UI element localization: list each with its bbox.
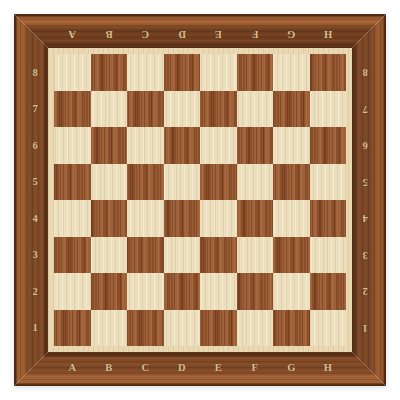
square-d3[interactable] [164,237,201,274]
square-g5[interactable] [273,164,310,201]
square-d6[interactable] [164,127,201,164]
square-d4[interactable] [164,200,201,237]
square-h8[interactable] [310,54,347,91]
square-h7[interactable] [310,91,347,128]
square-e5[interactable] [200,164,237,201]
square-g7[interactable] [273,91,310,128]
rank-label-left-6: 6 [24,127,46,164]
square-a7[interactable] [54,91,91,128]
file-label-bottom-g: G [273,356,310,378]
square-f2[interactable] [237,273,274,310]
square-g3[interactable] [273,237,310,274]
file-label-bottom-c: C [127,356,164,378]
file-label-top-d: D [164,24,201,46]
square-a3[interactable] [54,237,91,274]
square-f3[interactable] [237,237,274,274]
rank-label-right-6: 6 [354,127,376,164]
square-a5[interactable] [54,164,91,201]
rank-labels-right: 87654321 [354,54,376,346]
square-e6[interactable] [200,127,237,164]
square-h1[interactable] [310,310,347,347]
square-b2[interactable] [91,273,128,310]
square-c1[interactable] [127,310,164,347]
rank-label-left-2: 2 [24,273,46,310]
square-a2[interactable] [54,273,91,310]
file-label-top-c: C [127,24,164,46]
file-label-top-a: A [54,24,91,46]
square-d5[interactable] [164,164,201,201]
square-b6[interactable] [91,127,128,164]
board-field [54,54,346,346]
square-e8[interactable] [200,54,237,91]
square-b3[interactable] [91,237,128,274]
chessboard: ABCDEFGH ABCDEFGH 87654321 87654321 [14,14,386,386]
square-c4[interactable] [127,200,164,237]
square-g8[interactable] [273,54,310,91]
board-photo-stage: ABCDEFGH ABCDEFGH 87654321 87654321 [0,0,400,400]
square-f4[interactable] [237,200,274,237]
square-a6[interactable] [54,127,91,164]
file-label-bottom-d: D [164,356,201,378]
rank-labels-left: 87654321 [24,54,46,346]
square-c5[interactable] [127,164,164,201]
square-a1[interactable] [54,310,91,347]
square-f6[interactable] [237,127,274,164]
file-label-top-f: F [237,24,274,46]
rank-label-right-5: 5 [354,164,376,201]
square-b5[interactable] [91,164,128,201]
rank-label-right-4: 4 [354,200,376,237]
square-b7[interactable] [91,91,128,128]
square-e1[interactable] [200,310,237,347]
square-g4[interactable] [273,200,310,237]
square-h5[interactable] [310,164,347,201]
square-e2[interactable] [200,273,237,310]
square-c7[interactable] [127,91,164,128]
square-c6[interactable] [127,127,164,164]
square-c3[interactable] [127,237,164,274]
square-f7[interactable] [237,91,274,128]
file-labels-bottom: ABCDEFGH [54,356,346,378]
square-h3[interactable] [310,237,347,274]
file-label-top-g: G [273,24,310,46]
file-label-bottom-e: E [200,356,237,378]
square-a8[interactable] [54,54,91,91]
square-f8[interactable] [237,54,274,91]
square-h6[interactable] [310,127,347,164]
square-b8[interactable] [91,54,128,91]
square-b4[interactable] [91,200,128,237]
square-f5[interactable] [237,164,274,201]
square-e3[interactable] [200,237,237,274]
square-g1[interactable] [273,310,310,347]
rank-label-left-1: 1 [24,310,46,347]
rank-label-right-2: 2 [354,273,376,310]
file-label-bottom-a: A [54,356,91,378]
rank-label-right-8: 8 [354,54,376,91]
rank-label-right-3: 3 [354,237,376,274]
square-c8[interactable] [127,54,164,91]
square-d8[interactable] [164,54,201,91]
square-d7[interactable] [164,91,201,128]
file-label-top-e: E [200,24,237,46]
square-e7[interactable] [200,91,237,128]
square-a4[interactable] [54,200,91,237]
square-c2[interactable] [127,273,164,310]
file-label-bottom-h: H [310,356,347,378]
square-d1[interactable] [164,310,201,347]
square-d2[interactable] [164,273,201,310]
square-g6[interactable] [273,127,310,164]
rank-label-left-8: 8 [24,54,46,91]
file-label-bottom-f: F [237,356,274,378]
file-label-bottom-b: B [91,356,128,378]
file-label-top-h: H [310,24,347,46]
square-e4[interactable] [200,200,237,237]
rank-label-right-7: 7 [354,91,376,128]
rank-label-right-1: 1 [354,310,376,347]
square-h4[interactable] [310,200,347,237]
rank-label-left-7: 7 [24,91,46,128]
file-label-top-b: B [91,24,128,46]
square-h2[interactable] [310,273,347,310]
rank-label-left-4: 4 [24,200,46,237]
square-b1[interactable] [91,310,128,347]
square-f1[interactable] [237,310,274,347]
file-labels-top: ABCDEFGH [54,24,346,46]
rank-label-left-3: 3 [24,237,46,274]
square-g2[interactable] [273,273,310,310]
rank-label-left-5: 5 [24,164,46,201]
